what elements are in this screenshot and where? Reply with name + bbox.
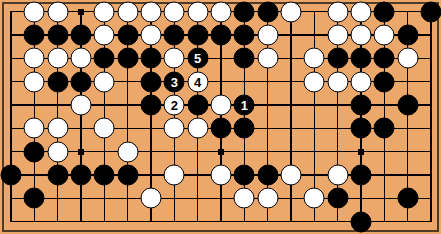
black-stone: [234, 25, 255, 46]
black-stone: [327, 188, 348, 209]
white-stone: [47, 141, 68, 162]
black-stone: [350, 48, 371, 69]
black-stone: [350, 211, 371, 232]
white-stone: [234, 188, 255, 209]
white-stone: [374, 25, 395, 46]
white-stone: [187, 1, 208, 22]
white-stone: [210, 1, 231, 22]
white-stone: [350, 1, 371, 22]
hoshi-star-point: [218, 149, 224, 155]
black-stone: [374, 1, 395, 22]
black-stone: [47, 165, 68, 186]
black-stone: [350, 165, 371, 186]
white-stone: [24, 1, 45, 22]
white-stone: [47, 1, 68, 22]
white-stone: [94, 71, 115, 92]
hoshi-star-point: [78, 149, 84, 155]
black-stone: [187, 25, 208, 46]
black-stone: [257, 165, 278, 186]
white-stone: [47, 48, 68, 69]
white-stone: [94, 118, 115, 139]
black-stone: [47, 25, 68, 46]
black-stone: [234, 118, 255, 139]
numbered-stone-3: 3: [164, 71, 185, 92]
white-stone: [70, 95, 91, 116]
black-stone: [374, 48, 395, 69]
black-stone: [140, 95, 161, 116]
black-stone: [24, 141, 45, 162]
numbered-stone-1: 1: [234, 95, 255, 116]
grid-vline: [430, 11, 432, 222]
black-stone: [187, 95, 208, 116]
black-stone: [70, 71, 91, 92]
white-stone: [94, 1, 115, 22]
white-stone: [117, 141, 138, 162]
white-stone: [397, 48, 418, 69]
go-board-diagram: 53421: [0, 0, 441, 234]
white-stone: [164, 165, 185, 186]
hoshi-star-point: [78, 9, 84, 15]
numbered-stone-2: 2: [164, 95, 185, 116]
white-stone: [164, 118, 185, 139]
white-stone: [164, 48, 185, 69]
black-stone: [117, 25, 138, 46]
white-stone: [280, 165, 301, 186]
white-stone: [117, 1, 138, 22]
black-stone: [350, 95, 371, 116]
black-stone: [420, 1, 441, 22]
black-stone: [24, 25, 45, 46]
white-stone: [304, 188, 325, 209]
white-stone: [350, 71, 371, 92]
black-stone: [327, 48, 348, 69]
black-stone: [117, 165, 138, 186]
black-stone: [70, 25, 91, 46]
white-stone: [140, 188, 161, 209]
white-stone: [327, 165, 348, 186]
white-stone: [304, 71, 325, 92]
black-stone: [164, 25, 185, 46]
white-stone: [140, 1, 161, 22]
white-stone: [24, 118, 45, 139]
black-stone: [397, 188, 418, 209]
numbered-stone-4: 4: [187, 71, 208, 92]
black-stone: [234, 165, 255, 186]
black-stone: [210, 25, 231, 46]
black-stone: [397, 25, 418, 46]
black-stone: [350, 118, 371, 139]
black-stone: [140, 48, 161, 69]
white-stone: [140, 25, 161, 46]
white-stone: [327, 25, 348, 46]
white-stone: [304, 48, 325, 69]
white-stone: [350, 25, 371, 46]
white-stone: [327, 71, 348, 92]
black-stone: [1, 165, 22, 186]
white-stone: [187, 118, 208, 139]
black-stone: [24, 188, 45, 209]
black-stone: [94, 165, 115, 186]
black-stone: [94, 48, 115, 69]
black-stone: [140, 71, 161, 92]
black-stone: [257, 1, 278, 22]
white-stone: [280, 1, 301, 22]
black-stone: [210, 118, 231, 139]
white-stone: [94, 25, 115, 46]
white-stone: [164, 1, 185, 22]
numbered-stone-5: 5: [187, 48, 208, 69]
black-stone: [234, 48, 255, 69]
white-stone: [47, 118, 68, 139]
black-stone: [374, 118, 395, 139]
black-stone: [70, 165, 91, 186]
grid-vline: [10, 11, 12, 222]
white-stone: [257, 188, 278, 209]
white-stone: [327, 1, 348, 22]
white-stone: [257, 25, 278, 46]
black-stone: [234, 1, 255, 22]
black-stone: [397, 95, 418, 116]
white-stone: [210, 95, 231, 116]
black-stone: [374, 71, 395, 92]
black-stone: [117, 48, 138, 69]
white-stone: [257, 48, 278, 69]
hoshi-star-point: [358, 149, 364, 155]
black-stone: [47, 71, 68, 92]
white-stone: [70, 48, 91, 69]
white-stone: [210, 165, 231, 186]
white-stone: [24, 71, 45, 92]
grid-vline: [290, 11, 292, 222]
white-stone: [24, 48, 45, 69]
